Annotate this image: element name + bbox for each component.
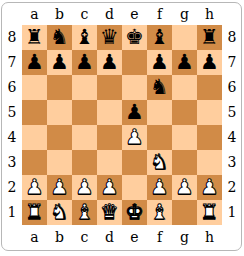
piece-white-bishop: ♝: [147, 200, 172, 225]
chess-board: ♜♞♝♛♚♝♜♟♟♟♟♟♟♟♞♟♟♞♟♟♟♟♟♟♟♜♞♝♛♚♝♜: [22, 25, 222, 225]
piece-black-pawn: ♟: [197, 50, 222, 75]
square-h5[interactable]: [197, 100, 222, 125]
piece-white-bishop: ♝: [72, 200, 97, 225]
rank-label-right-7: 7: [222, 50, 242, 75]
square-h2[interactable]: ♟: [197, 175, 222, 200]
piece-white-pawn: ♟: [172, 175, 197, 200]
square-g2[interactable]: ♟: [172, 175, 197, 200]
rank-label-right-2: 2: [222, 175, 242, 200]
square-h6[interactable]: [197, 75, 222, 100]
piece-black-knight: ♞: [147, 75, 172, 100]
square-d8[interactable]: ♛: [97, 25, 122, 50]
square-a2[interactable]: ♟: [22, 175, 47, 200]
square-h4[interactable]: [197, 125, 222, 150]
file-label-top-f: f: [147, 4, 172, 25]
square-c7[interactable]: ♟: [72, 50, 97, 75]
square-a7[interactable]: ♟: [22, 50, 47, 75]
piece-white-pawn: ♟: [147, 175, 172, 200]
square-c3[interactable]: [72, 150, 97, 175]
piece-black-pawn: ♟: [97, 50, 122, 75]
file-label-bottom-c: c: [72, 225, 97, 249]
square-g4[interactable]: [172, 125, 197, 150]
rank-label-right-5: 5: [222, 100, 242, 125]
square-f1[interactable]: ♝: [147, 200, 172, 225]
square-c8[interactable]: ♝: [72, 25, 97, 50]
file-label-top-b: b: [47, 4, 72, 25]
square-d7[interactable]: ♟: [97, 50, 122, 75]
file-label-top-d: d: [97, 4, 122, 25]
piece-white-pawn: ♟: [122, 125, 147, 150]
square-g6[interactable]: [172, 75, 197, 100]
square-f4[interactable]: [147, 125, 172, 150]
square-a8[interactable]: ♜: [22, 25, 47, 50]
square-g1[interactable]: [172, 200, 197, 225]
square-f2[interactable]: ♟: [147, 175, 172, 200]
square-a6[interactable]: [22, 75, 47, 100]
rank-label-left-3: 3: [2, 150, 22, 175]
rank-label-right-6: 6: [222, 75, 242, 100]
square-e3[interactable]: [122, 150, 147, 175]
square-b7[interactable]: ♟: [47, 50, 72, 75]
square-g7[interactable]: ♟: [172, 50, 197, 75]
square-e2[interactable]: [122, 175, 147, 200]
square-b1[interactable]: ♞: [47, 200, 72, 225]
square-a1[interactable]: ♜: [22, 200, 47, 225]
square-b4[interactable]: [47, 125, 72, 150]
square-c6[interactable]: [72, 75, 97, 100]
square-a4[interactable]: [22, 125, 47, 150]
diagram-frame: abcdefgh 87654321 ♜♞♝♛♚♝♜♟♟♟♟♟♟♟♞♟♟♞♟♟♟♟…: [1, 2, 242, 251]
square-b8[interactable]: ♞: [47, 25, 72, 50]
file-label-bottom-f: f: [147, 225, 172, 249]
rank-labels-right: 87654321: [222, 25, 242, 225]
rank-label-right-4: 4: [222, 125, 242, 150]
piece-white-pawn: ♟: [22, 175, 47, 200]
rank-label-left-8: 8: [2, 25, 22, 50]
piece-white-pawn: ♟: [72, 175, 97, 200]
file-label-bottom-h: h: [197, 225, 222, 249]
piece-white-queen: ♛: [97, 200, 122, 225]
piece-black-pawn: ♟: [172, 50, 197, 75]
piece-black-rook: ♜: [197, 25, 222, 50]
piece-black-pawn: ♟: [147, 50, 172, 75]
rank-labels-left: 87654321: [2, 25, 22, 225]
piece-white-pawn: ♟: [47, 175, 72, 200]
square-b5[interactable]: [47, 100, 72, 125]
square-d2[interactable]: ♟: [97, 175, 122, 200]
file-label-bottom-a: a: [22, 225, 47, 249]
square-h3[interactable]: [197, 150, 222, 175]
rank-label-left-6: 6: [2, 75, 22, 100]
piece-black-knight: ♞: [47, 25, 72, 50]
file-label-bottom-g: g: [172, 225, 197, 249]
piece-black-bishop: ♝: [147, 25, 172, 50]
rank-label-left-7: 7: [2, 50, 22, 75]
rank-label-left-2: 2: [2, 175, 22, 200]
square-f3[interactable]: ♞: [147, 150, 172, 175]
square-g8[interactable]: [172, 25, 197, 50]
square-f6[interactable]: ♞: [147, 75, 172, 100]
file-label-bottom-b: b: [47, 225, 72, 249]
square-b3[interactable]: [47, 150, 72, 175]
rank-label-right-8: 8: [222, 25, 242, 50]
square-b6[interactable]: [47, 75, 72, 100]
square-c4[interactable]: [72, 125, 97, 150]
square-e7[interactable]: [122, 50, 147, 75]
square-f7[interactable]: ♟: [147, 50, 172, 75]
square-a3[interactable]: [22, 150, 47, 175]
square-e8[interactable]: ♚: [122, 25, 147, 50]
file-labels-top: abcdefgh: [22, 4, 222, 25]
piece-black-pawn: ♟: [122, 100, 147, 125]
piece-white-knight: ♞: [47, 200, 72, 225]
square-f8[interactable]: ♝: [147, 25, 172, 50]
piece-white-rook: ♜: [22, 200, 47, 225]
file-label-top-c: c: [72, 4, 97, 25]
square-c1[interactable]: ♝: [72, 200, 97, 225]
rank-label-left-5: 5: [2, 100, 22, 125]
square-g3[interactable]: [172, 150, 197, 175]
square-d6[interactable]: [97, 75, 122, 100]
square-b2[interactable]: ♟: [47, 175, 72, 200]
square-d4[interactable]: [97, 125, 122, 150]
square-c2[interactable]: ♟: [72, 175, 97, 200]
rank-label-right-1: 1: [222, 200, 242, 225]
file-label-top-e: e: [122, 4, 147, 25]
piece-black-king: ♚: [122, 25, 147, 50]
piece-black-queen: ♛: [97, 25, 122, 50]
square-h1[interactable]: ♜: [197, 200, 222, 225]
piece-black-pawn: ♟: [47, 50, 72, 75]
square-e5[interactable]: ♟: [122, 100, 147, 125]
square-a5[interactable]: [22, 100, 47, 125]
square-h8[interactable]: ♜: [197, 25, 222, 50]
square-e6[interactable]: [122, 75, 147, 100]
piece-white-rook: ♜: [197, 200, 222, 225]
file-label-bottom-d: d: [97, 225, 122, 249]
piece-white-pawn: ♟: [97, 175, 122, 200]
piece-white-king: ♚: [122, 200, 147, 225]
file-label-top-h: h: [197, 4, 222, 25]
square-d3[interactable]: [97, 150, 122, 175]
file-label-top-a: a: [22, 4, 47, 25]
rank-label-left-4: 4: [2, 125, 22, 150]
square-d1[interactable]: ♛: [97, 200, 122, 225]
file-label-bottom-e: e: [122, 225, 147, 249]
piece-black-rook: ♜: [22, 25, 47, 50]
square-e4[interactable]: ♟: [122, 125, 147, 150]
file-label-top-g: g: [172, 4, 197, 25]
piece-black-pawn: ♟: [72, 50, 97, 75]
square-g5[interactable]: [172, 100, 197, 125]
square-d5[interactable]: [97, 100, 122, 125]
file-labels-bottom: abcdefgh: [22, 225, 222, 249]
piece-white-knight: ♞: [147, 150, 172, 175]
rank-label-left-1: 1: [2, 200, 22, 225]
piece-black-bishop: ♝: [72, 25, 97, 50]
square-c5[interactable]: [72, 100, 97, 125]
piece-white-pawn: ♟: [197, 175, 222, 200]
square-f5[interactable]: [147, 100, 172, 125]
square-e1[interactable]: ♚: [122, 200, 147, 225]
piece-black-pawn: ♟: [22, 50, 47, 75]
square-h7[interactable]: ♟: [197, 50, 222, 75]
rank-label-right-3: 3: [222, 150, 242, 175]
